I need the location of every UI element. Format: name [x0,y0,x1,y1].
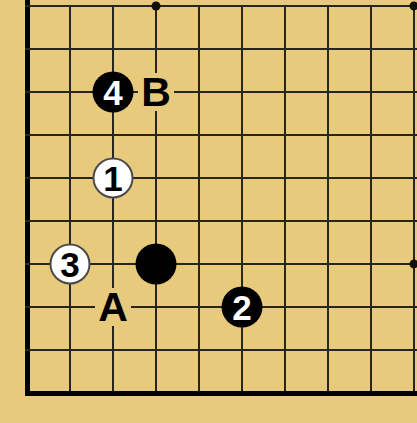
grid-line-horizontal [25,134,417,136]
grid-line-vertical [284,5,286,396]
grid-line-vertical [370,5,372,396]
move-number: 3 [60,247,79,282]
grid-line-horizontal [25,91,417,93]
move-number: 1 [103,161,122,196]
star-point [152,2,161,11]
grid-line-vertical [198,5,200,396]
grid-line-vertical [241,5,243,396]
grid-line-vertical [413,5,415,396]
grid-line-horizontal [25,177,417,179]
star-point [410,2,417,11]
white-stone-move-3: 3 [50,244,91,285]
go-board: AB1234 [0,0,417,423]
grid-line-vertical [112,5,114,396]
board-edge-bottom [25,391,417,396]
white-stone-move-1: 1 [93,158,134,199]
move-number: 4 [103,75,122,110]
grid-line-vertical [69,5,71,396]
grid-line-horizontal [25,220,417,222]
black-stone [136,244,177,285]
grid-line-vertical [155,5,157,396]
point-label-B: B [138,73,174,111]
black-stone-move-4: 4 [93,72,134,113]
star-point [410,260,417,269]
board-edge-left [25,0,30,396]
grid-line-vertical [327,5,329,396]
go-diagram: AB1234 [0,0,417,423]
grid-line-horizontal [25,349,417,351]
move-number: 2 [232,290,251,325]
black-stone-move-2: 2 [222,287,263,328]
grid-line-horizontal [25,48,417,50]
grid-line-horizontal [25,5,417,7]
point-label-A: A [95,288,131,326]
